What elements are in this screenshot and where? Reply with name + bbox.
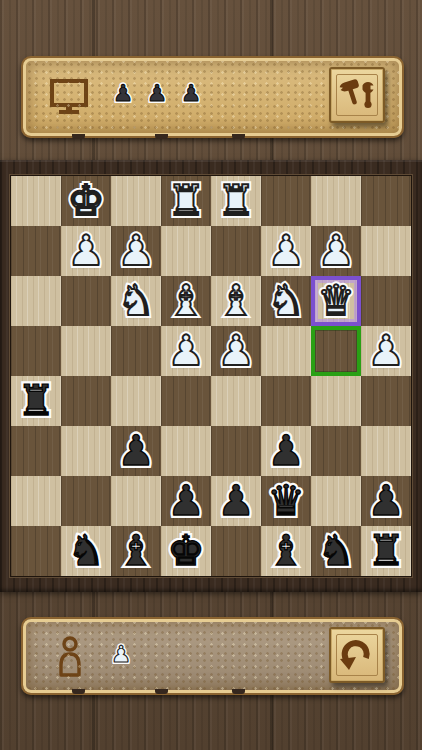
- square-c4[interactable]: [261, 326, 311, 376]
- white-pawn[interactable]: [111, 226, 161, 276]
- square-h3[interactable]: [11, 276, 61, 326]
- panel-notch: [155, 134, 168, 139]
- black-pawn[interactable]: [211, 476, 261, 526]
- computer-monitor-icon: [49, 78, 89, 116]
- square-c6[interactable]: [261, 426, 311, 476]
- white-bishop[interactable]: [161, 276, 211, 326]
- panel-notch: [155, 689, 168, 694]
- square-e6[interactable]: [161, 426, 211, 476]
- square-a2[interactable]: [361, 226, 411, 276]
- black-queen[interactable]: [261, 476, 311, 526]
- white-pawn[interactable]: [61, 226, 111, 276]
- chess-app-screen: { "game": "chess", "top_bar": { "opponen…: [0, 0, 422, 750]
- square-f3[interactable]: [111, 276, 161, 326]
- square-b7[interactable]: [311, 476, 361, 526]
- square-d2[interactable]: [211, 226, 261, 276]
- black-bishop[interactable]: [111, 526, 161, 576]
- square-f5[interactable]: [111, 376, 161, 426]
- white-bishop[interactable]: [211, 276, 261, 326]
- square-f6[interactable]: [111, 426, 161, 476]
- square-h6[interactable]: [11, 426, 61, 476]
- square-c3[interactable]: [261, 276, 311, 326]
- square-g8[interactable]: [61, 526, 111, 576]
- square-g1[interactable]: [61, 176, 111, 226]
- square-d7[interactable]: [211, 476, 261, 526]
- square-b8[interactable]: [311, 526, 361, 576]
- white-pawn[interactable]: [261, 226, 311, 276]
- square-d8[interactable]: [211, 526, 261, 576]
- square-a7[interactable]: [361, 476, 411, 526]
- board-grid: [11, 176, 411, 576]
- hammer-and-wrench-icon: [339, 77, 375, 113]
- player-bar: [21, 617, 404, 695]
- captured-by-computer-tray: [111, 79, 203, 107]
- square-c1[interactable]: [261, 176, 311, 226]
- square-e4[interactable]: [161, 326, 211, 376]
- black-pawn[interactable]: [111, 426, 161, 476]
- white-knight[interactable]: [261, 276, 311, 326]
- square-b1[interactable]: [311, 176, 361, 226]
- black-pawn[interactable]: [161, 476, 211, 526]
- black-knight[interactable]: [311, 526, 361, 576]
- square-e1[interactable]: [161, 176, 211, 226]
- square-b4[interactable]: [311, 326, 361, 376]
- white-king[interactable]: [61, 176, 111, 226]
- black-pawn[interactable]: [261, 426, 311, 476]
- black-pawn: [179, 79, 203, 107]
- black-rook[interactable]: [361, 526, 411, 576]
- black-king[interactable]: [161, 526, 211, 576]
- undo-arrow-icon: [339, 637, 375, 673]
- square-b2[interactable]: [311, 226, 361, 276]
- square-g3[interactable]: [61, 276, 111, 326]
- square-a1[interactable]: [361, 176, 411, 226]
- square-d3[interactable]: [211, 276, 261, 326]
- square-e5[interactable]: [161, 376, 211, 426]
- chess-board-frame: [0, 160, 422, 592]
- white-pawn[interactable]: [311, 226, 361, 276]
- square-a6[interactable]: [361, 426, 411, 476]
- square-h4[interactable]: [11, 326, 61, 376]
- settings-button[interactable]: [329, 67, 385, 123]
- square-e3[interactable]: [161, 276, 211, 326]
- white-pawn: [109, 640, 133, 668]
- square-a3[interactable]: [361, 276, 411, 326]
- square-e8[interactable]: [161, 526, 211, 576]
- undo-button[interactable]: [329, 627, 385, 683]
- square-b3[interactable]: [311, 276, 361, 326]
- square-c7[interactable]: [261, 476, 311, 526]
- panel-notch: [72, 689, 85, 694]
- square-h8[interactable]: [11, 526, 61, 576]
- square-b6[interactable]: [311, 426, 361, 476]
- square-d4[interactable]: [211, 326, 261, 376]
- square-e7[interactable]: [161, 476, 211, 526]
- square-g2[interactable]: [61, 226, 111, 276]
- white-pawn[interactable]: [211, 326, 261, 376]
- white-pawn[interactable]: [361, 326, 411, 376]
- white-pawn[interactable]: [161, 326, 211, 376]
- black-rook[interactable]: [11, 376, 61, 426]
- square-e2[interactable]: [161, 226, 211, 276]
- square-d5[interactable]: [211, 376, 261, 426]
- square-g6[interactable]: [61, 426, 111, 476]
- square-b5[interactable]: [311, 376, 361, 426]
- square-h5[interactable]: [11, 376, 61, 426]
- panel-notch: [232, 134, 245, 139]
- person-icon: [57, 635, 87, 677]
- square-f4[interactable]: [111, 326, 161, 376]
- square-h2[interactable]: [11, 226, 61, 276]
- square-g4[interactable]: [61, 326, 111, 376]
- panel-notch: [232, 689, 245, 694]
- square-d1[interactable]: [211, 176, 261, 226]
- white-rook[interactable]: [161, 176, 211, 226]
- square-a5[interactable]: [361, 376, 411, 426]
- square-g5[interactable]: [61, 376, 111, 426]
- black-pawn: [111, 79, 135, 107]
- square-f8[interactable]: [111, 526, 161, 576]
- square-c8[interactable]: [261, 526, 311, 576]
- square-f7[interactable]: [111, 476, 161, 526]
- square-f1[interactable]: [111, 176, 161, 226]
- black-pawn: [145, 79, 169, 107]
- square-a4[interactable]: [361, 326, 411, 376]
- black-bishop[interactable]: [261, 526, 311, 576]
- square-h7[interactable]: [11, 476, 61, 526]
- black-pawn[interactable]: [361, 476, 411, 526]
- square-c5[interactable]: [261, 376, 311, 426]
- square-c2[interactable]: [261, 226, 311, 276]
- white-knight[interactable]: [111, 276, 161, 326]
- white-rook[interactable]: [211, 176, 261, 226]
- square-g7[interactable]: [61, 476, 111, 526]
- panel-notch: [72, 134, 85, 139]
- captured-by-player-tray: [109, 640, 133, 668]
- square-f2[interactable]: [111, 226, 161, 276]
- square-a8[interactable]: [361, 526, 411, 576]
- black-knight[interactable]: [61, 526, 111, 576]
- square-h1[interactable]: [11, 176, 61, 226]
- white-queen[interactable]: [311, 276, 361, 326]
- square-d6[interactable]: [211, 426, 261, 476]
- opponent-bar: [21, 56, 404, 138]
